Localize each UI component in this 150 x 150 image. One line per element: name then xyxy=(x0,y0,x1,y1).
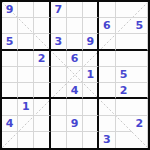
cell-r4c2-empty[interactable] xyxy=(18,51,34,67)
cell-r3c9-empty[interactable] xyxy=(132,34,148,50)
cell-r5c5-empty[interactable] xyxy=(67,67,83,83)
cell-r6c3-empty[interactable] xyxy=(34,83,50,99)
cell-r9c9-empty[interactable] xyxy=(132,132,148,148)
cell-r7c7-empty[interactable] xyxy=(99,99,115,115)
cell-r1c9-empty[interactable] xyxy=(132,2,148,18)
cell-r1c5-empty[interactable] xyxy=(67,2,83,18)
cell-r5c8-given: 5 xyxy=(116,67,132,83)
cell-r2c5-empty[interactable] xyxy=(67,18,83,34)
cell-r7c6-empty[interactable] xyxy=(83,99,99,115)
cell-r5c4-empty[interactable] xyxy=(51,67,67,83)
cell-r4c4-empty[interactable] xyxy=(51,51,67,67)
cell-r1c7-empty[interactable] xyxy=(99,2,115,18)
cell-r8c8-empty[interactable] xyxy=(116,116,132,132)
cell-r2c1-empty[interactable] xyxy=(2,18,18,34)
cell-r1c8-empty[interactable] xyxy=(116,2,132,18)
cell-r4c9-empty[interactable] xyxy=(132,51,148,67)
cell-r3c6-given: 9 xyxy=(83,34,99,50)
cell-r9c8-empty[interactable] xyxy=(116,132,132,148)
cell-r4c8-empty[interactable] xyxy=(116,51,132,67)
cell-r2c7-given: 6 xyxy=(99,18,115,34)
cell-r6c9-empty[interactable] xyxy=(132,83,148,99)
cell-r8c1-given: 4 xyxy=(2,116,18,132)
cell-r9c3-empty[interactable] xyxy=(34,132,50,148)
cell-r9c7-given: 3 xyxy=(99,132,115,148)
cell-r6c1-empty[interactable] xyxy=(2,83,18,99)
cell-r4c5-given: 6 xyxy=(67,51,83,67)
cell-r4c1-empty[interactable] xyxy=(2,51,18,67)
cell-r6c8-given: 2 xyxy=(116,83,132,99)
cell-r5c1-empty[interactable] xyxy=(2,67,18,83)
cell-r3c7-empty[interactable] xyxy=(99,34,115,50)
cell-r7c4-empty[interactable] xyxy=(51,99,67,115)
cell-r1c1-given: 9 xyxy=(2,2,18,18)
cell-r7c1-empty[interactable] xyxy=(2,99,18,115)
cell-r3c2-empty[interactable] xyxy=(18,34,34,50)
cell-r3c1-given: 5 xyxy=(2,34,18,50)
cell-r7c9-empty[interactable] xyxy=(132,99,148,115)
cell-r1c4-given: 7 xyxy=(51,2,67,18)
cell-r4c6-empty[interactable] xyxy=(83,51,99,67)
cell-r9c6-empty[interactable] xyxy=(83,132,99,148)
cell-r2c2-empty[interactable] xyxy=(18,18,34,34)
cell-r1c3-empty[interactable] xyxy=(34,2,50,18)
cell-r5c7-empty[interactable] xyxy=(99,67,115,83)
cell-r6c6-empty[interactable] xyxy=(83,83,99,99)
cell-r7c3-empty[interactable] xyxy=(34,99,50,115)
cell-r8c4-empty[interactable] xyxy=(51,116,67,132)
cell-r1c6-empty[interactable] xyxy=(83,2,99,18)
sudoku-board: 976553926154214923 xyxy=(0,0,150,150)
cell-r6c2-empty[interactable] xyxy=(18,83,34,99)
cell-r2c4-empty[interactable] xyxy=(51,18,67,34)
cell-r9c1-empty[interactable] xyxy=(2,132,18,148)
cell-r5c9-empty[interactable] xyxy=(132,67,148,83)
cell-r8c6-empty[interactable] xyxy=(83,116,99,132)
cell-r4c7-empty[interactable] xyxy=(99,51,115,67)
cell-r2c8-empty[interactable] xyxy=(116,18,132,34)
cell-r2c6-empty[interactable] xyxy=(83,18,99,34)
cell-r9c4-empty[interactable] xyxy=(51,132,67,148)
cell-r3c5-empty[interactable] xyxy=(67,34,83,50)
cell-r3c8-empty[interactable] xyxy=(116,34,132,50)
cell-r9c2-empty[interactable] xyxy=(18,132,34,148)
cell-r2c3-empty[interactable] xyxy=(34,18,50,34)
cell-r5c2-empty[interactable] xyxy=(18,67,34,83)
cell-r7c2-given: 1 xyxy=(18,99,34,115)
cell-r1c2-empty[interactable] xyxy=(18,2,34,18)
cell-r8c7-empty[interactable] xyxy=(99,116,115,132)
cell-r4c3-given: 2 xyxy=(34,51,50,67)
cell-r8c3-empty[interactable] xyxy=(34,116,50,132)
cell-r6c7-empty[interactable] xyxy=(99,83,115,99)
cell-r5c6-given: 1 xyxy=(83,67,99,83)
cell-r8c9-given: 2 xyxy=(132,116,148,132)
cell-r3c4-given: 3 xyxy=(51,34,67,50)
cell-r7c8-empty[interactable] xyxy=(116,99,132,115)
cell-r2c9-given: 5 xyxy=(132,18,148,34)
cell-r6c5-given: 4 xyxy=(67,83,83,99)
cell-r9c5-empty[interactable] xyxy=(67,132,83,148)
cell-r6c4-empty[interactable] xyxy=(51,83,67,99)
cell-r8c5-given: 9 xyxy=(67,116,83,132)
cell-r5c3-empty[interactable] xyxy=(34,67,50,83)
cell-r3c3-empty[interactable] xyxy=(34,34,50,50)
cell-r8c2-empty[interactable] xyxy=(18,116,34,132)
cell-r7c5-empty[interactable] xyxy=(67,99,83,115)
